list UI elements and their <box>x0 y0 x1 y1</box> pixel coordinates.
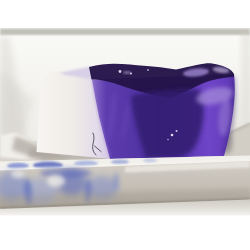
letterbox-bottom <box>0 216 250 250</box>
soap-dish-front <box>0 156 250 217</box>
rim-front-marbling-blob <box>40 168 92 178</box>
rim-top-marbling <box>143 158 157 162</box>
soap-glint <box>130 72 132 74</box>
photo-canvas <box>0 0 250 250</box>
soap-glint <box>147 69 149 71</box>
backdrop-edge-band <box>0 29 250 36</box>
soap-glint <box>176 130 178 132</box>
soap-glint <box>171 134 174 137</box>
soap-bar <box>37 63 236 159</box>
rim-front-marbling-gap <box>47 175 65 187</box>
rim-front-marbling-gap <box>11 170 25 178</box>
soap-glint <box>119 70 122 73</box>
rim-top-marbling <box>111 159 129 164</box>
soap-glint <box>167 139 169 141</box>
soap-top-sheen <box>123 71 131 74</box>
letterbox-top <box>0 0 250 28</box>
soap-photo <box>0 0 250 250</box>
